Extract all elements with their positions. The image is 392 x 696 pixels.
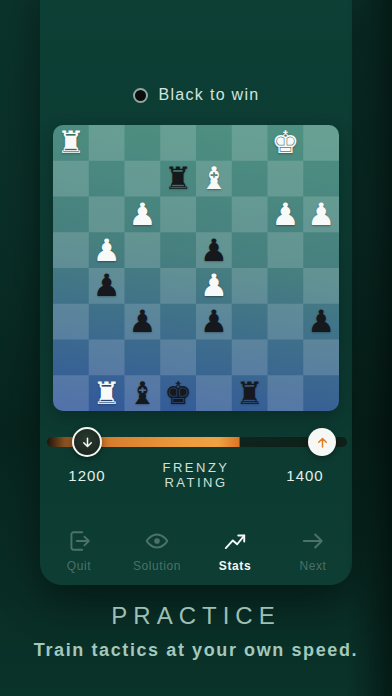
quit-button[interactable]: Quit [40, 524, 118, 578]
chess-piece-black-pawn-b4[interactable]: ♟ [89, 268, 125, 304]
chess-piece-white-pawn-g6[interactable]: ♟ [268, 197, 304, 233]
rating-high-value: 1400 [258, 467, 352, 484]
turn-indicator: Black to win [40, 86, 352, 104]
practice-subtitle: Train tactics at your own speed. [0, 640, 392, 661]
solution-button[interactable]: Solution [118, 524, 196, 578]
rating-up-button[interactable] [308, 428, 336, 456]
arrow-right-icon [300, 528, 326, 554]
chess-piece-white-pawn-e4[interactable]: ♟ [196, 268, 232, 304]
arrow-up-icon [315, 435, 330, 450]
chess-piece-white-pawn-c6[interactable]: ♟ [125, 197, 161, 233]
chess-piece-black-rook-d7[interactable]: ♜ [160, 161, 196, 197]
black-turn-dot-icon [133, 88, 148, 103]
chess-piece-black-pawn-e5[interactable]: ♟ [196, 232, 232, 268]
practice-title: PRACTICE [0, 602, 392, 630]
next-label: Next [299, 559, 326, 573]
status-label: Black to win [159, 86, 260, 104]
quit-label: Quit [67, 559, 91, 573]
solution-label: Solution [133, 559, 181, 573]
stats-button[interactable]: Stats [196, 524, 274, 578]
chess-piece-white-bishop-e7[interactable]: ♝ [196, 161, 232, 197]
arrow-down-icon [80, 435, 95, 450]
chess-piece-black-pawn-e3[interactable]: ♟ [196, 304, 232, 340]
chess-piece-black-king-d1[interactable]: ♚ [160, 375, 196, 411]
eye-icon [144, 528, 170, 554]
next-button[interactable]: Next [274, 524, 352, 578]
stats-label: Stats [219, 559, 251, 573]
app-screen: Black to win ♜♚♜♝♟♟♟♟♟♟♟♟♟♟♜♝♚♜ 1200 FRE… [0, 0, 392, 696]
chess-piece-black-rook-f1[interactable]: ♜ [232, 375, 268, 411]
chess-piece-white-pawn-h6[interactable]: ♟ [303, 197, 339, 233]
rating-low-value: 1200 [40, 467, 134, 484]
chess-piece-white-rook-b1[interactable]: ♜ [89, 375, 125, 411]
rating-title: FRENZY RATING [134, 460, 258, 490]
chess-piece-black-bishop-c1[interactable]: ♝ [125, 375, 161, 411]
trend-up-icon [222, 528, 248, 554]
chess-piece-white-king-g8[interactable]: ♚ [268, 125, 304, 161]
exit-icon [66, 528, 92, 554]
bottom-toolbar: Quit Solution Stats Next [40, 524, 352, 578]
rating-labels: 1200 FRENZY RATING 1400 [40, 460, 352, 490]
chess-piece-black-pawn-h3[interactable]: ♟ [303, 304, 339, 340]
rating-slider-handle[interactable] [72, 427, 102, 457]
chess-piece-white-rook-a8[interactable]: ♜ [53, 125, 89, 161]
chess-board[interactable]: ♜♚♜♝♟♟♟♟♟♟♟♟♟♟♜♝♚♜ [53, 125, 339, 411]
chess-piece-white-pawn-b5[interactable]: ♟ [89, 232, 125, 268]
chess-piece-black-pawn-c3[interactable]: ♟ [125, 304, 161, 340]
